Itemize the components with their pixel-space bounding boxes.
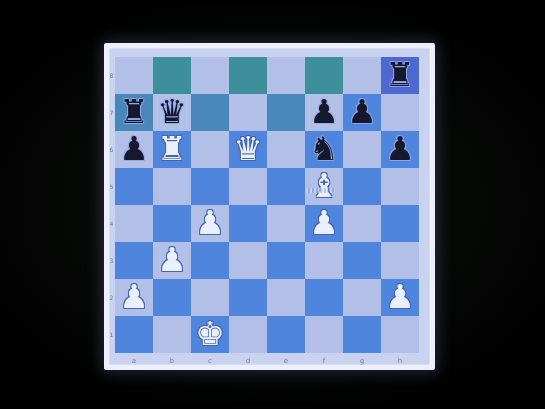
- square-e6[interactable]: [267, 131, 305, 168]
- square-g7[interactable]: ♟: [343, 94, 381, 131]
- square-g4[interactable]: [343, 205, 381, 242]
- square-h7[interactable]: [381, 94, 419, 131]
- square-h5[interactable]: [381, 168, 419, 205]
- square-a1[interactable]: [115, 316, 153, 353]
- render-artifact: [306, 188, 335, 193]
- square-e7[interactable]: [267, 94, 305, 131]
- square-e3[interactable]: [267, 242, 305, 279]
- file-label-a: a: [115, 354, 153, 367]
- rank-label-8: 8: [108, 57, 115, 94]
- square-a6[interactable]: ♟: [115, 131, 153, 168]
- chess-board-panel: 87654321 ♜♜♛♟♟♟♜♛♞♟♝♟♟♟♟♟♚ abcdefgh: [104, 43, 435, 370]
- file-label-d: d: [229, 354, 267, 367]
- square-e8[interactable]: [267, 57, 305, 94]
- rank-label-5: 5: [108, 168, 115, 205]
- black-pawn-a6[interactable]: ♟: [119, 132, 149, 165]
- square-a5[interactable]: [115, 168, 153, 205]
- black-rook-a7[interactable]: ♜: [119, 95, 149, 128]
- square-b2[interactable]: [153, 279, 191, 316]
- square-b7[interactable]: ♛: [153, 94, 191, 131]
- file-labels: abcdefgh: [115, 354, 419, 367]
- square-g3[interactable]: [343, 242, 381, 279]
- white-pawn-a2[interactable]: ♟: [119, 280, 149, 313]
- file-label-f: f: [305, 354, 343, 367]
- square-b5[interactable]: [153, 168, 191, 205]
- square-b1[interactable]: [153, 316, 191, 353]
- square-a7[interactable]: ♜: [115, 94, 153, 131]
- square-e1[interactable]: [267, 316, 305, 353]
- square-g8[interactable]: [343, 57, 381, 94]
- file-label-g: g: [343, 354, 381, 367]
- square-c5[interactable]: [191, 168, 229, 205]
- square-c2[interactable]: [191, 279, 229, 316]
- square-h8[interactable]: ♜: [381, 57, 419, 94]
- square-a3[interactable]: [115, 242, 153, 279]
- square-g2[interactable]: [343, 279, 381, 316]
- rank-label-4: 4: [108, 205, 115, 242]
- rank-label-1: 1: [108, 316, 115, 353]
- file-label-h: h: [381, 354, 419, 367]
- square-d2[interactable]: [229, 279, 267, 316]
- square-a2[interactable]: ♟: [115, 279, 153, 316]
- square-f4[interactable]: ♟: [305, 205, 343, 242]
- square-f6[interactable]: ♞: [305, 131, 343, 168]
- file-label-b: b: [153, 354, 191, 367]
- square-f8[interactable]: [305, 57, 343, 94]
- white-pawn-f4[interactable]: ♟: [309, 206, 339, 239]
- white-pawn-c4[interactable]: ♟: [195, 206, 225, 239]
- square-c1[interactable]: ♚: [191, 316, 229, 353]
- square-h3[interactable]: [381, 242, 419, 279]
- square-g5[interactable]: [343, 168, 381, 205]
- black-rook-h8[interactable]: ♜: [385, 58, 415, 91]
- square-f3[interactable]: [305, 242, 343, 279]
- rank-label-3: 3: [108, 242, 115, 279]
- rank-labels: 87654321: [108, 57, 115, 353]
- white-bishop-f5[interactable]: ♝: [309, 169, 339, 202]
- black-knight-f6[interactable]: ♞: [309, 132, 339, 165]
- square-h6[interactable]: ♟: [381, 131, 419, 168]
- square-f5[interactable]: ♝: [305, 168, 343, 205]
- black-pawn-g7[interactable]: ♟: [347, 95, 377, 128]
- white-pawn-b3[interactable]: ♟: [157, 243, 187, 276]
- square-a8[interactable]: [115, 57, 153, 94]
- square-d1[interactable]: [229, 316, 267, 353]
- square-d4[interactable]: [229, 205, 267, 242]
- square-e2[interactable]: [267, 279, 305, 316]
- square-b4[interactable]: [153, 205, 191, 242]
- square-d3[interactable]: [229, 242, 267, 279]
- square-d8[interactable]: [229, 57, 267, 94]
- square-h1[interactable]: [381, 316, 419, 353]
- white-king-c1[interactable]: ♚: [195, 317, 225, 350]
- square-g1[interactable]: [343, 316, 381, 353]
- black-pawn-h6[interactable]: ♟: [385, 132, 415, 165]
- square-d7[interactable]: [229, 94, 267, 131]
- square-f1[interactable]: [305, 316, 343, 353]
- video-frame: 87654321 ♜♜♛♟♟♟♜♛♞♟♝♟♟♟♟♟♚ abcdefgh: [0, 0, 545, 409]
- rank-label-2: 2: [108, 279, 115, 316]
- square-c8[interactable]: [191, 57, 229, 94]
- square-h2[interactable]: ♟: [381, 279, 419, 316]
- black-queen-b7[interactable]: ♛: [157, 95, 187, 128]
- file-label-c: c: [191, 354, 229, 367]
- square-c7[interactable]: [191, 94, 229, 131]
- square-e5[interactable]: [267, 168, 305, 205]
- square-b3[interactable]: ♟: [153, 242, 191, 279]
- file-label-e: e: [267, 354, 305, 367]
- square-f7[interactable]: ♟: [305, 94, 343, 131]
- square-e4[interactable]: [267, 205, 305, 242]
- square-b6[interactable]: ♜: [153, 131, 191, 168]
- square-d6[interactable]: ♛: [229, 131, 267, 168]
- square-c6[interactable]: [191, 131, 229, 168]
- white-rook-b6[interactable]: ♜: [157, 132, 187, 165]
- square-f2[interactable]: [305, 279, 343, 316]
- square-b8[interactable]: [153, 57, 191, 94]
- rank-label-6: 6: [108, 131, 115, 168]
- square-c4[interactable]: ♟: [191, 205, 229, 242]
- square-g6[interactable]: [343, 131, 381, 168]
- chess-board: ♜♜♛♟♟♟♜♛♞♟♝♟♟♟♟♟♚: [115, 57, 419, 353]
- rank-label-7: 7: [108, 94, 115, 131]
- black-pawn-f7[interactable]: ♟: [309, 95, 339, 128]
- square-a4[interactable]: [115, 205, 153, 242]
- square-h4[interactable]: [381, 205, 419, 242]
- square-c3[interactable]: [191, 242, 229, 279]
- white-pawn-h2[interactable]: ♟: [385, 280, 415, 313]
- square-d5[interactable]: [229, 168, 267, 205]
- white-queen-d6[interactable]: ♛: [233, 132, 263, 165]
